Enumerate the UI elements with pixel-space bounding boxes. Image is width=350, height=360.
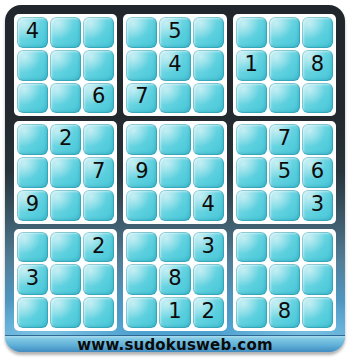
sudoku-cell-r9c5[interactable]: 1 bbox=[159, 297, 190, 328]
sudoku-cell-r9c4[interactable] bbox=[126, 297, 157, 328]
given-digit: 9 bbox=[135, 161, 148, 182]
site-link[interactable]: www.sudokusweb.com bbox=[77, 336, 272, 353]
sudoku-cell-r6c5[interactable] bbox=[159, 190, 190, 221]
given-digit: 4 bbox=[201, 194, 214, 215]
sudoku-cell-r2c2[interactable] bbox=[50, 50, 81, 81]
given-digit: 5 bbox=[278, 161, 291, 182]
sudoku-box-7: 23 bbox=[14, 229, 117, 331]
given-digit: 3 bbox=[201, 236, 214, 257]
sudoku-cell-r9c8[interactable]: 8 bbox=[269, 297, 300, 328]
given-digit: 2 bbox=[201, 301, 214, 322]
sudoku-box-6: 7563 bbox=[233, 121, 336, 223]
sudoku-cell-r3c2[interactable] bbox=[50, 83, 81, 114]
sudoku-cell-r4c9[interactable] bbox=[302, 124, 333, 155]
sudoku-cell-r8c8[interactable] bbox=[269, 264, 300, 295]
given-digit: 7 bbox=[278, 128, 291, 149]
sudoku-cell-r9c2[interactable] bbox=[50, 297, 81, 328]
given-digit: 7 bbox=[92, 161, 105, 182]
sudoku-cell-r3c1[interactable] bbox=[17, 83, 48, 114]
sudoku-cell-r8c5[interactable]: 8 bbox=[159, 264, 190, 295]
sudoku-cell-r1c6[interactable] bbox=[193, 17, 224, 48]
sudoku-cell-r2c4[interactable] bbox=[126, 50, 157, 81]
given-digit: 3 bbox=[311, 194, 324, 215]
sudoku-cell-r8c1[interactable]: 3 bbox=[17, 264, 48, 295]
sudoku-cell-r4c5[interactable] bbox=[159, 124, 190, 155]
sudoku-cell-r7c2[interactable] bbox=[50, 232, 81, 263]
sudoku-cell-r1c7[interactable] bbox=[236, 17, 267, 48]
sudoku-cell-r8c9[interactable] bbox=[302, 264, 333, 295]
given-digit: 2 bbox=[59, 128, 72, 149]
sudoku-cell-r3c7[interactable] bbox=[236, 83, 267, 114]
sudoku-cell-r6c8[interactable] bbox=[269, 190, 300, 221]
sudoku-cell-r1c8[interactable] bbox=[269, 17, 300, 48]
sudoku-cell-r4c6[interactable] bbox=[193, 124, 224, 155]
sudoku-cell-r8c3[interactable] bbox=[83, 264, 114, 295]
sudoku-cell-r6c1[interactable]: 9 bbox=[17, 190, 48, 221]
sudoku-cell-r7c9[interactable] bbox=[302, 232, 333, 263]
sudoku-grid: 46547182799475632338128 bbox=[14, 14, 336, 331]
sudoku-cell-r5c6[interactable] bbox=[193, 157, 224, 188]
sudoku-box-3: 18 bbox=[233, 14, 336, 116]
sudoku-cell-r2c9[interactable]: 8 bbox=[302, 50, 333, 81]
sudoku-cell-r1c3[interactable] bbox=[83, 17, 114, 48]
sudoku-cell-r2c7[interactable]: 1 bbox=[236, 50, 267, 81]
sudoku-cell-r3c6[interactable] bbox=[193, 83, 224, 114]
sudoku-cell-r9c7[interactable] bbox=[236, 297, 267, 328]
sudoku-cell-r8c7[interactable] bbox=[236, 264, 267, 295]
sudoku-cell-r2c6[interactable] bbox=[193, 50, 224, 81]
sudoku-cell-r4c1[interactable] bbox=[17, 124, 48, 155]
sudoku-cell-r4c8[interactable]: 7 bbox=[269, 124, 300, 155]
sudoku-cell-r8c4[interactable] bbox=[126, 264, 157, 295]
given-digit: 6 bbox=[92, 86, 105, 107]
given-digit: 8 bbox=[311, 54, 324, 75]
sudoku-cell-r3c9[interactable] bbox=[302, 83, 333, 114]
sudoku-box-5: 94 bbox=[123, 121, 226, 223]
sudoku-box-4: 279 bbox=[14, 121, 117, 223]
sudoku-cell-r1c1[interactable]: 4 bbox=[17, 17, 48, 48]
sudoku-cell-r5c7[interactable] bbox=[236, 157, 267, 188]
sudoku-cell-r8c2[interactable] bbox=[50, 264, 81, 295]
sudoku-cell-r2c3[interactable] bbox=[83, 50, 114, 81]
sudoku-cell-r5c9[interactable]: 6 bbox=[302, 157, 333, 188]
sudoku-cell-r6c6[interactable]: 4 bbox=[193, 190, 224, 221]
sudoku-cell-r2c8[interactable] bbox=[269, 50, 300, 81]
sudoku-cell-r7c3[interactable]: 2 bbox=[83, 232, 114, 263]
given-digit: 7 bbox=[135, 86, 148, 107]
sudoku-cell-r6c2[interactable] bbox=[50, 190, 81, 221]
sudoku-cell-r1c2[interactable] bbox=[50, 17, 81, 48]
sudoku-cell-r6c3[interactable] bbox=[83, 190, 114, 221]
sudoku-box-1: 46 bbox=[14, 14, 117, 116]
sudoku-cell-r1c5[interactable]: 5 bbox=[159, 17, 190, 48]
sudoku-cell-r3c3[interactable]: 6 bbox=[83, 83, 114, 114]
sudoku-cell-r5c1[interactable] bbox=[17, 157, 48, 188]
sudoku-cell-r5c8[interactable]: 5 bbox=[269, 157, 300, 188]
sudoku-cell-r7c7[interactable] bbox=[236, 232, 267, 263]
sudoku-cell-r5c3[interactable]: 7 bbox=[83, 157, 114, 188]
sudoku-cell-r4c4[interactable] bbox=[126, 124, 157, 155]
sudoku-cell-r7c1[interactable] bbox=[17, 232, 48, 263]
sudoku-cell-r2c5[interactable]: 4 bbox=[159, 50, 190, 81]
sudoku-cell-r5c5[interactable] bbox=[159, 157, 190, 188]
given-digit: 8 bbox=[278, 301, 291, 322]
sudoku-box-8: 3812 bbox=[123, 229, 226, 331]
sudoku-cell-r1c4[interactable] bbox=[126, 17, 157, 48]
given-digit: 4 bbox=[26, 21, 39, 42]
given-digit: 3 bbox=[26, 268, 39, 289]
sudoku-cell-r4c7[interactable] bbox=[236, 124, 267, 155]
sudoku-cell-r9c3[interactable] bbox=[83, 297, 114, 328]
sudoku-cell-r8c6[interactable] bbox=[193, 264, 224, 295]
sudoku-board: 46547182799475632338128 www.sudokusweb.c… bbox=[5, 5, 345, 352]
sudoku-cell-r9c9[interactable] bbox=[302, 297, 333, 328]
sudoku-cell-r4c3[interactable] bbox=[83, 124, 114, 155]
sudoku-cell-r3c4[interactable]: 7 bbox=[126, 83, 157, 114]
sudoku-cell-r6c9[interactable]: 3 bbox=[302, 190, 333, 221]
sudoku-cell-r5c4[interactable]: 9 bbox=[126, 157, 157, 188]
footer-bar: www.sudokusweb.com bbox=[5, 335, 345, 352]
sudoku-cell-r7c4[interactable] bbox=[126, 232, 157, 263]
sudoku-cell-r5c2[interactable] bbox=[50, 157, 81, 188]
sudoku-cell-r3c5[interactable] bbox=[159, 83, 190, 114]
given-digit: 6 bbox=[311, 161, 324, 182]
given-digit: 2 bbox=[92, 236, 105, 257]
given-digit: 9 bbox=[26, 194, 39, 215]
given-digit: 4 bbox=[168, 54, 181, 75]
sudoku-cell-r9c6[interactable]: 2 bbox=[193, 297, 224, 328]
sudoku-page: 46547182799475632338128 www.sudokusweb.c… bbox=[0, 0, 350, 360]
given-digit: 5 bbox=[168, 21, 181, 42]
given-digit: 1 bbox=[168, 301, 181, 322]
sudoku-cell-r7c8[interactable] bbox=[269, 232, 300, 263]
sudoku-cell-r2c1[interactable] bbox=[17, 50, 48, 81]
sudoku-cell-r7c6[interactable]: 3 bbox=[193, 232, 224, 263]
sudoku-cell-r1c9[interactable] bbox=[302, 17, 333, 48]
sudoku-cell-r7c5[interactable] bbox=[159, 232, 190, 263]
sudoku-box-2: 547 bbox=[123, 14, 226, 116]
sudoku-cell-r9c1[interactable] bbox=[17, 297, 48, 328]
sudoku-box-9: 8 bbox=[233, 229, 336, 331]
sudoku-cell-r6c4[interactable] bbox=[126, 190, 157, 221]
sudoku-cell-r6c7[interactable] bbox=[236, 190, 267, 221]
given-digit: 8 bbox=[168, 268, 181, 289]
given-digit: 1 bbox=[245, 54, 258, 75]
sudoku-cell-r3c8[interactable] bbox=[269, 83, 300, 114]
sudoku-cell-r4c2[interactable]: 2 bbox=[50, 124, 81, 155]
